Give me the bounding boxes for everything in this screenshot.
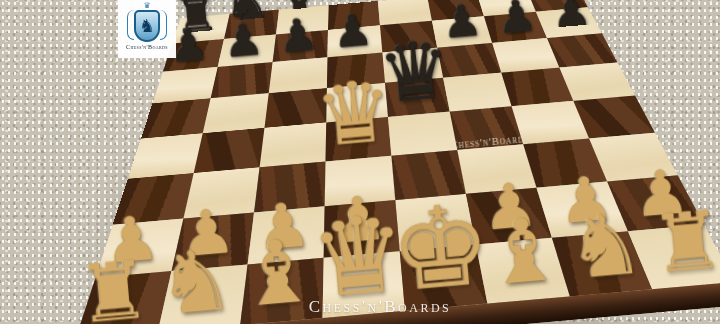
- piece-white-king-e1[interactable]: ♚: [386, 188, 495, 308]
- piece-white-knight-b1[interactable]: ♞: [154, 237, 237, 324]
- piece-black-pawn-b7[interactable]: ♟: [222, 17, 265, 65]
- square-b5[interactable]: [203, 93, 269, 133]
- photo-canvas: ♜♞♝♚♝♞♜♟♟♟♟♟♟♟♛♛♟♟♟♟♟♟♟♜♞♝♛♚♝♞♜ Chess'n'…: [0, 0, 720, 324]
- square-d4[interactable]: ♛: [325, 117, 391, 161]
- square-c4[interactable]: [260, 122, 327, 167]
- brand-logo: ♛ ♞ Chess'n'Boards: [118, 0, 176, 58]
- piece-black-pawn-d7[interactable]: ♟: [331, 7, 374, 55]
- footer-watermark: Chess'n'Boards: [309, 297, 452, 317]
- knight-shield-icon: ♞: [139, 17, 155, 35]
- shield-icon: ♞: [134, 10, 160, 42]
- square-e4[interactable]: [388, 112, 457, 156]
- piece-black-pawn-c7[interactable]: ♟: [277, 12, 320, 60]
- square-a5[interactable]: [141, 98, 211, 139]
- square-b4[interactable]: [194, 128, 265, 173]
- square-f1[interactable]: ♝: [476, 238, 570, 304]
- square-b1[interactable]: ♞: [158, 264, 248, 324]
- square-e5[interactable]: ♛: [385, 78, 450, 117]
- piece-white-queen-d4[interactable]: ♛: [313, 68, 396, 159]
- square-f4[interactable]: [450, 106, 523, 150]
- crown-icon: ♛: [143, 2, 150, 10]
- piece-white-rook-a1[interactable]: ♜: [75, 249, 153, 324]
- piece-black-pawn-h7[interactable]: ♟: [550, 0, 593, 36]
- piece-white-knight-g1[interactable]: ♞: [564, 201, 647, 292]
- piece-white-rook-h1[interactable]: ♜: [649, 199, 720, 285]
- piece-black-pawn-g7[interactable]: ♟: [495, 0, 538, 40]
- brand-logo-text: Chess'n'Boards: [126, 44, 168, 50]
- piece-white-bishop-f1[interactable]: ♝: [481, 205, 567, 299]
- square-g1[interactable]: ♞: [552, 231, 652, 296]
